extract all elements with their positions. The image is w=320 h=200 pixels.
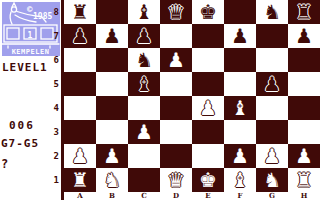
square-e3 [192, 120, 224, 144]
square-a7: ♟ [64, 24, 96, 48]
chess-board: ♜♝♛♚♞♜♟♟♟♟♟♞♟♝♟♟♝♟♟♟♟♟♟♜♞♛♚♝♞♜ [64, 0, 320, 192]
white-knight-b1: ♞ [103, 168, 121, 192]
square-b8 [96, 0, 128, 24]
white-king-e1: ♚ [199, 168, 217, 192]
square-a8: ♜ [64, 0, 96, 24]
rank-label-5: 5 [42, 72, 59, 96]
square-d7 [160, 24, 192, 48]
square-b4 [96, 96, 128, 120]
white-rook-a1: ♜ [71, 168, 89, 192]
square-e1: ♚ [192, 168, 224, 192]
square-h6 [288, 48, 320, 72]
square-a5 [64, 72, 96, 96]
square-c6: ♞ [128, 48, 160, 72]
rank-label-1: 1 [42, 168, 59, 192]
move-counter: 006 [9, 119, 35, 132]
file-label-e: E [192, 192, 224, 200]
black-pawn-c7: ♟ [135, 24, 153, 48]
square-e4: ♟ [192, 96, 224, 120]
square-e2 [192, 144, 224, 168]
square-g4 [256, 96, 288, 120]
square-c2 [128, 144, 160, 168]
last-move-display: G7-G5 [1, 137, 39, 150]
file-label-c: C [128, 192, 160, 200]
square-d8: ♛ [160, 0, 192, 24]
rank-labels: 87654321 [42, 0, 59, 192]
square-a2: ♟ [64, 144, 96, 168]
rank-label-7: 7 [42, 24, 59, 48]
white-queen-d1: ♛ [167, 168, 185, 192]
square-b5 [96, 72, 128, 96]
square-d6: ♟ [160, 48, 192, 72]
square-f6 [224, 48, 256, 72]
black-bishop-c8: ♝ [135, 0, 153, 24]
white-bishop-f4: ♝ [231, 96, 249, 120]
square-g5: ♟ [256, 72, 288, 96]
square-d5 [160, 72, 192, 96]
square-h8: ♜ [288, 0, 320, 24]
square-e5 [192, 72, 224, 96]
black-pawn-g5: ♟ [263, 72, 281, 96]
square-f2: ♟ [224, 144, 256, 168]
white-bishop-f1: ♝ [231, 168, 249, 192]
square-h5 [288, 72, 320, 96]
file-label-d: D [160, 192, 192, 200]
square-b7: ♟ [96, 24, 128, 48]
black-knight-c6: ♞ [135, 48, 153, 72]
white-pawn-b2: ♟ [103, 144, 121, 168]
square-g6 [256, 48, 288, 72]
black-pawn-h7: ♟ [295, 24, 313, 48]
square-e6 [192, 48, 224, 72]
black-pawn-a7: ♟ [71, 24, 89, 48]
square-d4 [160, 96, 192, 120]
black-queen-d8: ♛ [167, 0, 185, 24]
square-g8: ♞ [256, 0, 288, 24]
square-h1: ♜ [288, 168, 320, 192]
square-f3 [224, 120, 256, 144]
square-f7: ♟ [224, 24, 256, 48]
square-c1 [128, 168, 160, 192]
rank-label-4: 4 [42, 96, 59, 120]
square-a3 [64, 120, 96, 144]
file-label-f: F [224, 192, 256, 200]
square-g1: ♞ [256, 168, 288, 192]
white-knight-g1: ♞ [263, 168, 281, 192]
square-a6 [64, 48, 96, 72]
square-g3 [256, 120, 288, 144]
square-a1: ♜ [64, 168, 96, 192]
square-b3 [96, 120, 128, 144]
black-rook-a8: ♜ [71, 0, 89, 24]
white-pawn-g2: ♟ [263, 144, 281, 168]
black-rook-h8: ♜ [295, 0, 313, 24]
square-h2: ♟ [288, 144, 320, 168]
square-d2 [160, 144, 192, 168]
black-knight-g8: ♞ [263, 0, 281, 24]
rank-label-3: 3 [42, 120, 59, 144]
file-label-a: A [64, 192, 96, 200]
file-labels: ABCDEFGH [64, 192, 320, 200]
white-pawn-a2: ♟ [71, 144, 89, 168]
rank-label-8: 8 [42, 0, 59, 24]
square-a4 [64, 96, 96, 120]
square-c3: ♟ [128, 120, 160, 144]
square-c4 [128, 96, 160, 120]
square-f4: ♝ [224, 96, 256, 120]
square-g2: ♟ [256, 144, 288, 168]
square-b2: ♟ [96, 144, 128, 168]
rank-label-6: 6 [42, 48, 59, 72]
move-input-prompt[interactable]: ? [1, 157, 8, 171]
square-g7 [256, 24, 288, 48]
white-pawn-f2: ♟ [231, 144, 249, 168]
black-pawn-f7: ♟ [231, 24, 249, 48]
square-c5: ♝ [128, 72, 160, 96]
square-e7 [192, 24, 224, 48]
white-rook-h1: ♜ [295, 168, 313, 192]
rank-label-2: 2 [42, 144, 59, 168]
white-pawn-h2: ♟ [295, 144, 313, 168]
square-d3 [160, 120, 192, 144]
square-h3 [288, 120, 320, 144]
square-h4 [288, 96, 320, 120]
square-f8 [224, 0, 256, 24]
square-e8: ♚ [192, 0, 224, 24]
square-c8: ♝ [128, 0, 160, 24]
file-label-h: H [288, 192, 320, 200]
white-pawn-c3: ♟ [135, 120, 153, 144]
file-label-b: B [96, 192, 128, 200]
game-screen: © 1985 1 KEMPELEN LEVEL1 006 G7-G5 ? 876… [0, 0, 320, 200]
square-b6 [96, 48, 128, 72]
square-b1: ♞ [96, 168, 128, 192]
level-indicator: LEVEL1 [2, 61, 48, 74]
cabinet-digit: 1 [28, 31, 33, 40]
square-h7: ♟ [288, 24, 320, 48]
square-c7: ♟ [128, 24, 160, 48]
black-pawn-b7: ♟ [103, 24, 121, 48]
square-f1: ♝ [224, 168, 256, 192]
square-f5 [224, 72, 256, 96]
black-king-e8: ♚ [199, 0, 217, 24]
white-pawn-e4: ♟ [199, 96, 217, 120]
square-d1: ♛ [160, 168, 192, 192]
black-bishop-c5: ♝ [135, 72, 153, 96]
white-pawn-d6: ♟ [167, 48, 185, 72]
file-label-g: G [256, 192, 288, 200]
